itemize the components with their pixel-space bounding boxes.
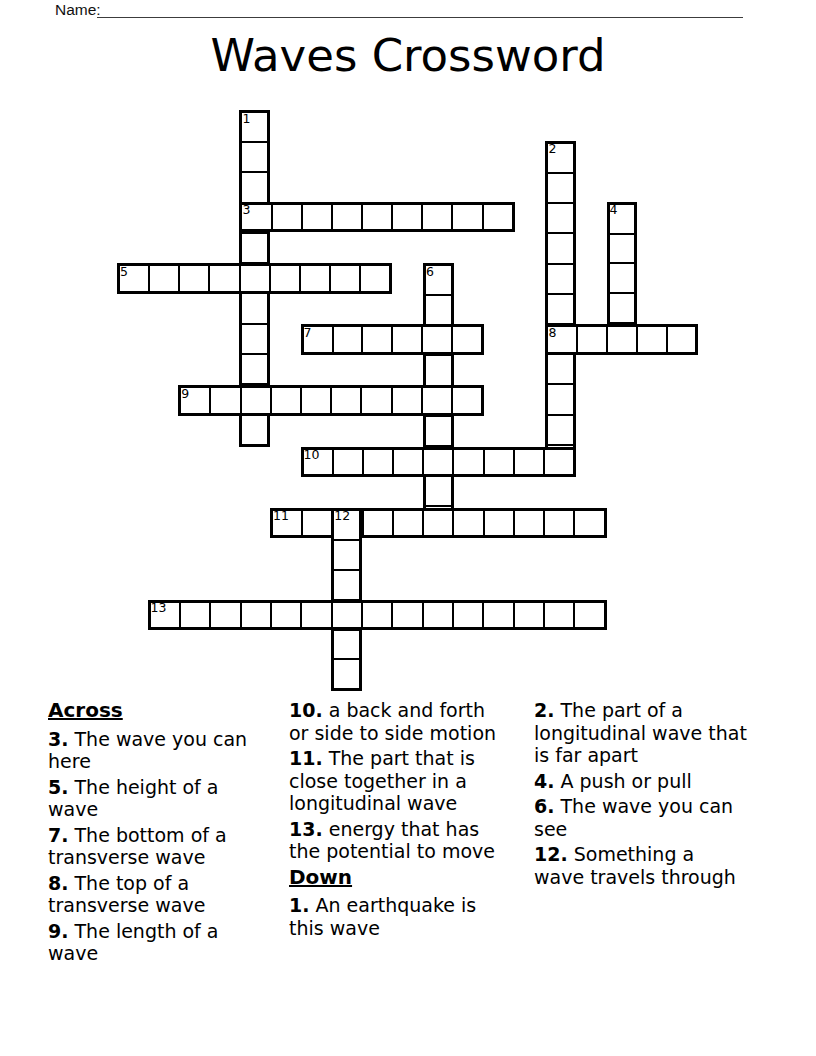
cell-r3-c12[interactable] [483, 204, 513, 231]
cell-r13-c8[interactable] [363, 510, 393, 537]
cell-r9-c5[interactable] [271, 387, 301, 414]
cell-r3-c5[interactable] [272, 204, 302, 231]
clue-number: 3. [48, 728, 68, 750]
cell-r9-c14[interactable] [547, 384, 574, 414]
cell-r13-c5[interactable] [272, 510, 302, 537]
cell-r11-c10[interactable] [423, 449, 453, 476]
clue-text: The length of a wave [48, 920, 218, 965]
cell-r10-c10[interactable] [425, 416, 452, 446]
cell-r11-c11[interactable] [453, 449, 483, 476]
cell-r11-c13[interactable] [514, 449, 544, 476]
clue-number: 5. [48, 776, 68, 798]
cell-r1-c4[interactable] [241, 142, 268, 172]
cell-r9-c4[interactable] [241, 387, 271, 414]
clue-number: 1. [289, 894, 309, 916]
cell-r16-c5[interactable] [271, 602, 301, 629]
cell-r6-c4[interactable] [241, 293, 268, 323]
cell-r5-c16[interactable] [609, 263, 636, 293]
cell-r16-c6[interactable] [301, 602, 331, 629]
cell-r14-c7[interactable] [333, 540, 360, 570]
cell-r16-c8[interactable] [362, 602, 392, 629]
cell-r9-c6[interactable] [301, 387, 331, 414]
cell-r3-c4[interactable] [241, 204, 271, 231]
cell-r11-c7[interactable] [333, 449, 363, 476]
clue-number: 2. [534, 699, 554, 721]
clue-text: An earthquake is this wave [289, 894, 476, 939]
cell-r11-c9[interactable] [393, 449, 423, 476]
cell-r7-c7[interactable] [333, 326, 363, 353]
clue-number: 9. [48, 920, 68, 942]
cell-r2-c4[interactable] [241, 172, 268, 202]
name-label: Name: [55, 1, 101, 19]
clue-across-7: 7. The bottom of a transverse wave [48, 824, 286, 869]
cell-r8-c14[interactable] [547, 354, 574, 384]
cell-r3-c8[interactable] [362, 204, 392, 231]
cell-r5-c3[interactable] [209, 265, 239, 292]
clue-down-2: 2. The part of a longitudinal wave that … [534, 699, 780, 767]
cell-r7-c8[interactable] [362, 326, 392, 353]
cell-r1-c14[interactable] [547, 143, 574, 173]
clue-across-8: 8. The top of a transverse wave [48, 872, 286, 917]
cell-r6-c10[interactable] [425, 295, 452, 325]
word-5-across [117, 263, 392, 294]
cell-r9-c2[interactable] [180, 387, 210, 414]
cell-r16-c9[interactable] [392, 602, 422, 629]
clue-column-2: 10. a back and forth or side to side mot… [289, 699, 531, 942]
cell-r7-c14[interactable] [547, 326, 577, 353]
cell-r18-c7[interactable] [333, 659, 360, 689]
cell-r17-c7[interactable] [333, 630, 360, 660]
cell-r13-c12[interactable] [484, 510, 514, 537]
cell-r11-c12[interactable] [484, 449, 514, 476]
word-3-across [239, 202, 514, 233]
cell-r9-c10[interactable] [422, 387, 452, 414]
clue-across-3: 3. The wave you can here [48, 728, 286, 773]
cell-r2-c14[interactable] [547, 173, 574, 203]
cell-r16-c1[interactable] [150, 602, 180, 629]
cell-r7-c18[interactable] [667, 326, 697, 353]
cell-r9-c7[interactable] [331, 387, 361, 414]
cell-r5-c7[interactable] [330, 265, 360, 292]
word-10-across [301, 447, 576, 478]
cell-r5-c2[interactable] [179, 265, 209, 292]
clue-across-9: 9. The length of a wave [48, 920, 286, 965]
cell-r3-c10[interactable] [422, 204, 452, 231]
clue-number: 8. [48, 872, 68, 894]
cell-r4-c16[interactable] [609, 234, 636, 264]
clues-across-header: Across [48, 699, 286, 722]
clue-down-4: 4. A push or pull [534, 770, 780, 793]
clue-number: 11. [289, 747, 323, 769]
cell-r11-c8[interactable] [363, 449, 393, 476]
clue-across-10: 10. a back and forth or side to side mot… [289, 699, 531, 744]
cell-r15-c7[interactable] [333, 570, 360, 600]
cell-r13-c6[interactable] [302, 510, 332, 537]
cell-r16-c13[interactable] [514, 602, 544, 629]
cell-r7-c4[interactable] [241, 324, 268, 354]
cell-r5-c0[interactable] [119, 265, 149, 292]
clue-number: 12. [534, 843, 568, 865]
cell-r9-c8[interactable] [361, 387, 391, 414]
cell-r4-c4[interactable] [241, 233, 268, 263]
cell-r5-c8[interactable] [360, 265, 390, 292]
word-13-across [148, 600, 607, 631]
cell-r5-c4[interactable] [240, 265, 270, 292]
cell-r3-c6[interactable] [302, 204, 332, 231]
clue-number: 6. [534, 795, 554, 817]
clue-text: The bottom of a transverse wave [48, 824, 227, 869]
cell-r7-c9[interactable] [392, 326, 422, 353]
cell-r16-c15[interactable] [574, 602, 604, 629]
cell-r13-c7[interactable] [333, 510, 360, 540]
clue-text: The wave you can here [48, 728, 247, 773]
cell-r7-c10[interactable] [422, 326, 452, 353]
cell-r7-c6[interactable] [303, 326, 333, 353]
cell-r5-c5[interactable] [270, 265, 300, 292]
cell-r13-c9[interactable] [393, 510, 423, 537]
cell-r3-c7[interactable] [332, 204, 362, 231]
cell-r11-c14[interactable] [544, 449, 574, 476]
cell-r16-c7[interactable] [332, 602, 362, 629]
cell-r16-c4[interactable] [241, 602, 271, 629]
word-7-across [301, 324, 485, 355]
cell-r3-c16[interactable] [609, 204, 636, 234]
cell-r5-c14[interactable] [547, 264, 574, 294]
cell-r16-c2[interactable] [180, 602, 210, 629]
cell-r13-c11[interactable] [453, 510, 483, 537]
cell-r13-c13[interactable] [514, 510, 544, 537]
cell-r13-c10[interactable] [423, 510, 453, 537]
cell-r16-c3[interactable] [210, 602, 240, 629]
cell-r9-c3[interactable] [210, 387, 240, 414]
clues-down-header: Down [289, 866, 531, 889]
cell-r7-c17[interactable] [637, 326, 667, 353]
clue-number: 7. [48, 824, 68, 846]
cell-r8-c10[interactable] [425, 355, 452, 385]
clue-across-11: 11. The part that is close together in a… [289, 747, 531, 815]
cell-r12-c10[interactable] [425, 476, 452, 506]
cell-r13-c15[interactable] [574, 510, 604, 537]
cell-r6-c16[interactable] [609, 293, 636, 323]
clue-down-6: 6. The wave you can see [534, 795, 780, 840]
word-9-across [178, 385, 484, 416]
cell-r8-c4[interactable] [241, 354, 268, 384]
cell-r13-c14[interactable] [544, 510, 574, 537]
word-11-across [270, 508, 607, 539]
clue-text: The height of a wave [48, 776, 218, 821]
cell-r7-c11[interactable] [452, 326, 482, 353]
cell-r4-c14[interactable] [547, 233, 574, 263]
cell-r3-c11[interactable] [452, 204, 482, 231]
cell-r16-c11[interactable] [453, 602, 483, 629]
cell-r7-c15[interactable] [577, 326, 607, 353]
clue-text: The top of a transverse wave [48, 872, 205, 917]
word-8-across [545, 324, 698, 355]
cell-r9-c11[interactable] [452, 387, 482, 414]
crossword-grid: 12345678910111213 [117, 110, 699, 692]
clue-text: A push or pull [561, 770, 692, 792]
clue-number: 10. [289, 699, 323, 721]
name-input-line[interactable] [97, 0, 743, 18]
cell-r0-c4[interactable] [241, 112, 268, 142]
clue-across-13: 13. energy that has the potential to mov… [289, 818, 531, 863]
cell-r3-c9[interactable] [392, 204, 422, 231]
clue-number: 4. [534, 770, 554, 792]
cell-r10-c4[interactable] [241, 414, 268, 444]
cell-r16-c12[interactable] [483, 602, 513, 629]
cell-r5-c1[interactable] [149, 265, 179, 292]
cell-r10-c14[interactable] [547, 415, 574, 445]
cell-r5-c10[interactable] [425, 265, 452, 295]
clue-column-1: Across3. The wave you can here5. The hei… [48, 699, 286, 968]
clue-text: The part of a longitudinal wave that is … [534, 699, 747, 766]
cell-r5-c6[interactable] [300, 265, 330, 292]
cell-r7-c16[interactable] [607, 326, 637, 353]
cell-r6-c14[interactable] [547, 294, 574, 324]
cell-r11-c6[interactable] [303, 449, 333, 476]
word-2-down [545, 141, 576, 478]
cell-r3-c14[interactable] [547, 203, 574, 233]
clue-text: The wave you can see [534, 795, 733, 840]
clue-number: 13. [289, 818, 323, 840]
cell-r16-c14[interactable] [544, 602, 574, 629]
cell-r9-c9[interactable] [392, 387, 422, 414]
cell-r16-c10[interactable] [423, 602, 453, 629]
page-title: Waves Crossword [0, 30, 816, 82]
clue-down-1: 1. An earthquake is this wave [289, 894, 531, 939]
clue-column-3: 2. The part of a longitudinal wave that … [534, 699, 780, 891]
clue-down-12: 12. Something a wave travels through [534, 843, 780, 888]
clue-across-5: 5. The height of a wave [48, 776, 286, 821]
